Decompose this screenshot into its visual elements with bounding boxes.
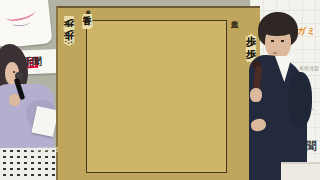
announcer-eye <box>13 71 15 73</box>
demo-board-stand: 987654321 香桂王桂香金角銀歩飛銀歩歩歩歩歩歩歩歩歩飛歩角歩銀桂金金香桂… <box>56 6 260 180</box>
player-eye <box>281 40 284 42</box>
broadcast-frame: 朝 日 新聞 日本将棋連盟 987654321 香桂王桂香金角銀歩飛銀歩歩歩歩歩… <box>0 0 320 180</box>
player-arm <box>288 72 312 127</box>
player-fringe <box>262 22 294 36</box>
sponsor-logo-small: 将棋連盟 <box>299 65 319 71</box>
player-hand <box>250 88 262 102</box>
announcer-skirt <box>0 148 62 180</box>
rank-label: 九 <box>231 20 238 30</box>
player-mouth <box>273 52 277 54</box>
rank-labels: 一二三四五六七八九 <box>231 20 243 173</box>
announcer-paper <box>31 106 58 137</box>
caption-text: 日本将棋連盟 <box>26 146 59 152</box>
board-grid: 香桂王桂香金角銀歩飛銀歩歩歩歩歩歩歩歩歩飛歩角歩銀桂金金香桂王香 <box>86 20 227 173</box>
player-eye <box>271 40 274 42</box>
file-labels: 987654321 <box>86 9 227 19</box>
wall-poster <box>0 0 53 49</box>
poster-gray-swirl-icon <box>12 17 31 27</box>
sente-hand-piece: 歩 <box>244 34 258 50</box>
table <box>281 162 320 180</box>
